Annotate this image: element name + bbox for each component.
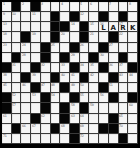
- grid-cell-r6c4[interactable]: [31, 53, 41, 63]
- block-cell-r4c9: [80, 32, 90, 42]
- grid-cell-r10c11[interactable]: 56: [99, 93, 109, 103]
- grid-cell-r14c10[interactable]: [89, 134, 99, 144]
- block-cell-r8c9: [80, 73, 90, 83]
- grid-cell-r7c5[interactable]: 32: [41, 63, 51, 73]
- grid-cell-r3c4[interactable]: [31, 22, 41, 32]
- clue-number: 19: [32, 32, 36, 35]
- grid-cell-r13c14[interactable]: [128, 124, 138, 134]
- clue-number: 10: [12, 12, 16, 15]
- grid-cell-r3c14[interactable]: K: [128, 22, 138, 32]
- grid-cell-r9c13[interactable]: [119, 83, 129, 93]
- grid-cell-r8c1[interactable]: 38: [2, 73, 12, 83]
- grid-cell-r11c13[interactable]: [119, 103, 129, 113]
- grid-cell-r6c11[interactable]: 30: [99, 53, 109, 63]
- clue-number: 14: [71, 22, 75, 25]
- answer-letter: R: [119, 24, 128, 32]
- grid-cell-r8c8[interactable]: 41: [70, 73, 80, 83]
- grid-cell-r11c12[interactable]: [109, 103, 119, 113]
- grid-cell-r11c4[interactable]: [31, 103, 41, 113]
- grid-cell-r14c9[interactable]: 72: [80, 134, 90, 144]
- grid-cell-r1c10[interactable]: 6: [89, 2, 99, 12]
- grid-cell-r12c5[interactable]: 62: [41, 114, 51, 124]
- answer-letter: A: [109, 24, 118, 32]
- grid-cell-r11c10[interactable]: 59: [89, 103, 99, 113]
- block-cell-r13c6: [51, 124, 61, 134]
- grid-cell-r14c1[interactable]: 71: [2, 134, 12, 144]
- grid-cell-r3c11[interactable]: 16L: [99, 22, 109, 32]
- grid-cell-r2c9[interactable]: 12: [80, 12, 90, 22]
- grid-cell-r12c1[interactable]: 61: [2, 114, 12, 124]
- grid-cell-r6c14[interactable]: [128, 53, 138, 63]
- clue-number: 63: [71, 114, 75, 117]
- clue-number: 9: [3, 12, 5, 15]
- grid-cell-r11c11[interactable]: [99, 103, 109, 113]
- grid-cell-r14c7[interactable]: [60, 134, 70, 144]
- grid-cell-r6c1[interactable]: [2, 53, 12, 63]
- grid-cell-r9c10[interactable]: [89, 83, 99, 93]
- block-cell-r10c14: [128, 93, 138, 103]
- block-cell-r13c2: [12, 124, 22, 134]
- clue-number: 68: [61, 124, 65, 127]
- clue-number: 26: [80, 43, 84, 46]
- block-cell-r14c13: [119, 134, 129, 144]
- grid-cell-r2c3[interactable]: [21, 12, 31, 22]
- grid-cell-r8c10[interactable]: 42: [89, 73, 99, 83]
- clue-number: 38: [3, 73, 7, 76]
- grid-cell-r1c1[interactable]: 1: [2, 2, 12, 12]
- clue-number: 45: [3, 83, 7, 86]
- grid-cell-r4c5[interactable]: [41, 32, 51, 42]
- clue-number: 64: [80, 114, 84, 117]
- grid-cell-r6c6[interactable]: [51, 53, 61, 63]
- block-cell-r9c7: [60, 83, 70, 93]
- grid-cell-r6c3[interactable]: 28: [21, 53, 31, 63]
- block-cell-r8c3: [21, 73, 31, 83]
- grid-cell-r9c8[interactable]: 49: [70, 83, 80, 93]
- grid-cell-r13c13[interactable]: 70: [119, 124, 129, 134]
- clue-number: 44: [129, 73, 133, 76]
- clue-number: 42: [90, 73, 94, 76]
- clue-number: 69: [80, 124, 84, 127]
- clue-number: 39: [32, 73, 36, 76]
- grid-cell-r12c8[interactable]: 63: [70, 114, 80, 124]
- grid-cell-r4c11[interactable]: [99, 32, 109, 42]
- grid-cell-r6c8[interactable]: 29: [70, 53, 80, 63]
- clue-number: 11: [32, 12, 36, 15]
- grid-cell-r10c4[interactable]: 53: [31, 93, 41, 103]
- block-cell-r10c5: [41, 93, 51, 103]
- block-cell-r3c7: [60, 22, 70, 32]
- grid-cell-r12c9[interactable]: 64: [80, 114, 90, 124]
- block-cell-r3c6: [51, 22, 61, 32]
- clue-number: 65: [119, 114, 123, 117]
- clue-number: 33: [61, 63, 65, 66]
- grid-cell-r3c1[interactable]: 13: [2, 22, 12, 32]
- grid-cell-r9c5[interactable]: 47: [41, 83, 51, 93]
- grid-cell-r14c3[interactable]: [21, 134, 31, 144]
- grid-cell-r7c7[interactable]: 33: [60, 63, 70, 73]
- block-cell-r7c14: [128, 63, 138, 73]
- block-cell-r6c2: [12, 53, 22, 63]
- block-cell-r2c11: [99, 12, 109, 22]
- clue-number: 58: [71, 103, 75, 106]
- block-cell-r7c1: [2, 63, 12, 73]
- clue-number: 5: [80, 2, 82, 5]
- grid-cell-r5c10[interactable]: [89, 43, 99, 53]
- clue-number: 67: [32, 124, 36, 127]
- grid-cell-r5c14[interactable]: [128, 43, 138, 53]
- block-cell-r8c12: [109, 73, 119, 83]
- clue-number: 43: [119, 73, 123, 76]
- grid-cell-r5c4[interactable]: [31, 43, 41, 53]
- grid-cell-r4c1[interactable]: 18: [2, 32, 12, 42]
- clue-number: 2: [22, 2, 24, 5]
- clue-number: 1: [3, 2, 5, 5]
- block-cell-r13c11: [99, 124, 109, 134]
- clue-number: 13: [3, 22, 7, 25]
- grid-cell-r2c7[interactable]: [60, 12, 70, 22]
- grid-cell-r5c2[interactable]: [12, 43, 22, 53]
- clue-number: 15: [90, 22, 94, 25]
- grid-cell-r14c6[interactable]: [51, 134, 61, 144]
- block-cell-r1c4: [31, 2, 41, 12]
- clue-number: 56: [100, 93, 104, 96]
- block-cell-r4c12: [109, 32, 119, 42]
- clue-number: 52: [12, 93, 16, 96]
- block-cell-r4c3: [21, 32, 31, 42]
- grid-cell-r7c13[interactable]: 37: [119, 63, 129, 73]
- block-cell-r2c13: [119, 12, 129, 22]
- clue-number: 72: [80, 134, 84, 137]
- clue-number: 54: [51, 93, 55, 96]
- grid-cell-r13c5[interactable]: [41, 124, 51, 134]
- grid-cell-r14c11[interactable]: [99, 134, 109, 144]
- grid-cell-r5c3[interactable]: 24: [21, 43, 31, 53]
- grid-cell-r1c7[interactable]: 4: [60, 2, 70, 12]
- grid-cell-r8c4[interactable]: 39: [31, 73, 41, 83]
- block-cell-r10c12: [109, 93, 119, 103]
- grid-cell-r4c14[interactable]: [128, 32, 138, 42]
- grid-cell-r10c2[interactable]: 52: [12, 93, 22, 103]
- clue-number: 20: [61, 32, 65, 35]
- grid-cell-r9c14[interactable]: [128, 83, 138, 93]
- grid-cell-r1c9[interactable]: 5: [80, 2, 90, 12]
- grid-cell-r10c10[interactable]: [89, 93, 99, 103]
- grid-cell-r4c4[interactable]: 19: [31, 32, 41, 42]
- block-cell-r9c4: [31, 83, 41, 93]
- clue-number: 70: [119, 124, 123, 127]
- clue-number: 48: [51, 83, 55, 86]
- grid-cell-r14c4[interactable]: [31, 134, 41, 144]
- grid-cell-r7c10[interactable]: 35: [89, 63, 99, 73]
- block-cell-r2c6: [51, 12, 61, 22]
- grid-cell-r4c2[interactable]: [12, 32, 22, 42]
- grid-cell-r2c5[interactable]: [41, 12, 51, 22]
- clue-number: 32: [41, 63, 45, 66]
- clue-number: 46: [22, 83, 26, 86]
- grid-cell-r7c9[interactable]: 34: [80, 63, 90, 73]
- grid-cell-r8c11[interactable]: [99, 73, 109, 83]
- grid-cell-r3c3[interactable]: [21, 22, 31, 32]
- grid-cell-r6c9[interactable]: [80, 53, 90, 63]
- grid-cell-r3c5[interactable]: [41, 22, 51, 32]
- grid-cell-r2c14[interactable]: [128, 12, 138, 22]
- block-cell-r14c8: [70, 134, 80, 144]
- grid-cell-r13c9[interactable]: 69: [80, 124, 90, 134]
- block-cell-r6c7: [60, 53, 70, 63]
- grid-cell-r5c7[interactable]: [60, 43, 70, 53]
- grid-cell-r8c7[interactable]: 40: [60, 73, 70, 83]
- clue-number: 3: [41, 2, 43, 5]
- grid-cell-r14c14[interactable]: [128, 134, 138, 144]
- grid-cell-r1c5[interactable]: 3: [41, 2, 51, 12]
- grid-cell-r3c10[interactable]: 15: [89, 22, 99, 32]
- grid-cell-r5c1[interactable]: 23: [2, 43, 12, 53]
- grid-cell-r11c6[interactable]: [51, 103, 61, 113]
- clue-number: 24: [22, 43, 26, 46]
- grid-cell-r13c3[interactable]: 66: [21, 124, 31, 134]
- block-cell-r2c8: [70, 12, 80, 22]
- grid-cell-r2c4[interactable]: 11: [31, 12, 41, 22]
- block-cell-r7c11: [99, 63, 109, 73]
- clue-number: 22: [119, 32, 123, 35]
- clue-number: 57: [12, 103, 16, 106]
- grid-cell-r12c11[interactable]: [99, 114, 109, 124]
- grid-cell-r9c12[interactable]: 51: [109, 83, 119, 93]
- clue-number: 62: [41, 114, 45, 117]
- grid-cell-r10c6[interactable]: 54: [51, 93, 61, 103]
- grid-cell-r12c3[interactable]: [21, 114, 31, 124]
- grid-cell-r2c10[interactable]: [89, 12, 99, 22]
- grid-cell-r4c13[interactable]: 22: [119, 32, 129, 42]
- grid-cell-r11c8[interactable]: 58: [70, 103, 80, 113]
- clue-number: 18: [3, 32, 7, 35]
- grid-cell-r10c9[interactable]: 55: [80, 93, 90, 103]
- grid-cell-r13c7[interactable]: 68: [60, 124, 70, 134]
- block-cell-r5c5: [41, 43, 51, 53]
- grid-cell-r13c1[interactable]: [2, 124, 12, 134]
- clue-number: 51: [109, 83, 113, 86]
- grid-cell-r3c2[interactable]: [12, 22, 22, 32]
- grid-cell-r12c6[interactable]: [51, 114, 61, 124]
- grid-cell-r4c10[interactable]: 21: [89, 32, 99, 42]
- grid-cell-r7c12[interactable]: 36: [109, 63, 119, 73]
- grid-cell-r11c2[interactable]: 57: [12, 103, 22, 113]
- grid-cell-r3c13[interactable]: 17R: [119, 22, 129, 32]
- clue-number: 8: [129, 2, 131, 5]
- block-cell-r5c11: [99, 43, 109, 53]
- grid-cell-r11c3[interactable]: [21, 103, 31, 113]
- block-cell-r4c6: [51, 32, 61, 42]
- clue-number: 55: [80, 93, 84, 96]
- clue-number: 28: [22, 53, 26, 56]
- grid-cell-r10c13[interactable]: [119, 93, 129, 103]
- grid-cell-r8c5[interactable]: [41, 73, 51, 83]
- clue-number: 60: [129, 103, 133, 106]
- block-cell-r11c7: [60, 103, 70, 113]
- clue-number: 23: [3, 43, 7, 46]
- block-cell-r6c13: [119, 53, 129, 63]
- clue-number: 35: [90, 63, 94, 66]
- clue-number: 34: [80, 63, 84, 66]
- clue-number: 29: [71, 53, 75, 56]
- clue-number: 7: [109, 2, 111, 5]
- grid-cell-r11c14[interactable]: 60: [128, 103, 138, 113]
- grid-cell-r9c6[interactable]: 48: [51, 83, 61, 93]
- block-cell-r3c9: [80, 22, 90, 32]
- clue-number: 30: [100, 53, 104, 56]
- grid-cell-r3c8[interactable]: 14: [70, 22, 80, 32]
- clue-number: 40: [61, 73, 65, 76]
- grid-cell-r1c11[interactable]: [99, 2, 109, 12]
- clue-number: 71: [3, 134, 7, 137]
- grid-cell-r14c2[interactable]: [12, 134, 22, 144]
- grid-cell-r4c8[interactable]: [70, 32, 80, 42]
- grid-cell-r7c2[interactable]: 31: [12, 63, 22, 73]
- clue-number: 49: [71, 83, 75, 86]
- crossword-board: 12345678910111213141516LA17RK18192021222…: [0, 0, 140, 148]
- grid-cell-r6c12[interactable]: [109, 53, 119, 63]
- grid-cell-r5c12[interactable]: 27: [109, 43, 119, 53]
- grid-cell-r9c2[interactable]: [12, 83, 22, 93]
- grid-cell-r2c12[interactable]: [109, 12, 119, 22]
- clue-number: 66: [22, 124, 26, 127]
- clue-number: 50: [80, 83, 84, 86]
- grid-cell-r14c12[interactable]: [109, 134, 119, 144]
- grid-cell-r12c13[interactable]: 65: [119, 114, 129, 124]
- block-cell-r8c6: [51, 73, 61, 83]
- clue-number: 31: [12, 63, 16, 66]
- block-cell-r11c9: [80, 103, 90, 113]
- grid-cell-r5c9[interactable]: 26: [80, 43, 90, 53]
- block-cell-r9c11: [99, 83, 109, 93]
- clue-number: 53: [32, 93, 36, 96]
- grid-cell-r2c2[interactable]: 10: [12, 12, 22, 22]
- block-cell-r13c8: [70, 124, 80, 134]
- block-cell-r6c5: [41, 53, 51, 63]
- block-cell-r12c4: [31, 114, 41, 124]
- block-cell-r12c12: [109, 114, 119, 124]
- grid-cell-r2c1[interactable]: 9: [2, 12, 12, 22]
- answer-letter: K: [128, 24, 137, 32]
- block-cell-r12c7: [60, 114, 70, 124]
- clue-number: 25: [51, 43, 55, 46]
- grid-cell-r7c3[interactable]: [21, 63, 31, 73]
- clue-number: 4: [61, 2, 63, 5]
- block-cell-r6c10: [89, 53, 99, 63]
- grid-cell-r9c9[interactable]: 50: [80, 83, 90, 93]
- clue-number: 37: [119, 63, 123, 66]
- grid-cell-r13c4[interactable]: 67: [31, 124, 41, 134]
- block-cell-r7c8: [70, 63, 80, 73]
- block-cell-r1c2: [12, 2, 22, 12]
- grid-cell-r5c13[interactable]: [119, 43, 129, 53]
- grid-cell-r1c12[interactable]: 7: [109, 2, 119, 12]
- block-cell-r10c8: [70, 93, 80, 103]
- grid-cell-r5c6[interactable]: 25: [51, 43, 61, 53]
- grid-cell-r13c10[interactable]: [89, 124, 99, 134]
- clue-number: 41: [71, 73, 75, 76]
- grid-cell-r8c13[interactable]: 43: [119, 73, 129, 83]
- clue-number: 47: [41, 83, 45, 86]
- clue-number: 6: [90, 2, 92, 5]
- grid-cell-r1c6[interactable]: [51, 2, 61, 12]
- answer-letter: L: [99, 24, 108, 32]
- clue-number: 27: [109, 43, 113, 46]
- clue-number: 36: [109, 63, 113, 66]
- grid-cell-r4c7[interactable]: 20: [60, 32, 70, 42]
- grid-cell-r14c5[interactable]: [41, 134, 51, 144]
- block-cell-r13c12: [109, 124, 119, 134]
- grid-cell-r8c14[interactable]: 44: [128, 73, 138, 83]
- grid-cell-r1c13[interactable]: [119, 2, 129, 12]
- block-cell-r5c8: [70, 43, 80, 53]
- block-cell-r11c1: [2, 103, 12, 113]
- block-cell-r7c4: [31, 63, 41, 73]
- block-cell-r11c5: [41, 103, 51, 113]
- grid-cell-r10c7[interactable]: [60, 93, 70, 103]
- grid-cell-r1c8[interactable]: [70, 2, 80, 12]
- grid-cell-r7c6[interactable]: [51, 63, 61, 73]
- grid-cell-r12c10[interactable]: [89, 114, 99, 124]
- clue-number: 12: [80, 12, 84, 15]
- grid-cell-r12c2[interactable]: [12, 114, 22, 124]
- grid-cell-r9c1[interactable]: 45: [2, 83, 12, 93]
- grid-cell-r8c2[interactable]: [12, 73, 22, 83]
- grid-cell-r3c12[interactable]: A: [109, 22, 119, 32]
- block-cell-r10c1: [2, 93, 12, 103]
- clue-number: 61: [3, 114, 7, 117]
- grid-cell-r12c14[interactable]: [128, 114, 138, 124]
- grid-cell-r10c3[interactable]: [21, 93, 31, 103]
- grid-cell-r1c3[interactable]: 2: [21, 2, 31, 12]
- grid-cell-r9c3[interactable]: 46: [21, 83, 31, 93]
- clue-number: 21: [90, 32, 94, 35]
- clue-number: 59: [90, 103, 94, 106]
- grid-cell-r1c14[interactable]: 8: [128, 2, 138, 12]
